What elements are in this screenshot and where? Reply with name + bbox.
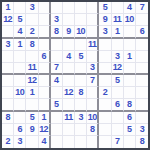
cell-r10c4: 1 [39, 112, 51, 124]
cell-r4c8: 11 [87, 39, 99, 51]
cell-r11c10[interactable] [112, 124, 124, 136]
cell-r10c12[interactable] [136, 112, 148, 124]
cell-r12c5[interactable] [51, 136, 63, 148]
cell-r9c9[interactable] [99, 99, 111, 111]
cell-r6c12[interactable] [136, 63, 148, 75]
cell-r7c1[interactable] [2, 75, 14, 87]
given-digit: 3 [103, 27, 107, 36]
cell-r11c2: 6 [14, 124, 26, 136]
cell-r4c2: 1 [14, 39, 26, 51]
cell-r6c8: 3 [87, 63, 99, 75]
given-digit: 4 [66, 52, 70, 61]
given-digit: 3 [5, 40, 9, 49]
cell-r10c2[interactable] [14, 112, 26, 124]
given-digit: 1 [18, 40, 22, 49]
cell-r9c7[interactable] [75, 99, 87, 111]
cell-r4c10[interactable] [112, 39, 124, 51]
cell-r5c11: 1 [124, 51, 136, 63]
cell-r10c7: 3 [75, 112, 87, 124]
cell-r4c9[interactable] [99, 39, 111, 51]
cell-r6c2[interactable] [14, 63, 26, 75]
cell-r8c2: 10 [14, 87, 26, 99]
cell-r10c6: 11 [63, 112, 75, 124]
cell-r7c6[interactable] [63, 75, 75, 87]
sudoku-board: 1354712539111042891031631811645311173121… [0, 0, 150, 150]
cell-r5c2[interactable] [14, 51, 26, 63]
cell-r5c12[interactable] [136, 51, 148, 63]
given-digit: 1 [5, 3, 9, 12]
cell-r12c10: 7 [112, 136, 124, 148]
given-digit: 9 [66, 27, 70, 36]
cell-r5c10: 3 [112, 51, 124, 63]
cell-r12c3[interactable] [26, 136, 38, 148]
cell-r10c5[interactable] [51, 112, 63, 124]
cell-r5c9[interactable] [99, 51, 111, 63]
cell-r1c7[interactable] [75, 2, 87, 14]
cell-r10c3: 5 [26, 112, 38, 124]
cell-r3c9: 3 [99, 26, 111, 38]
cell-r4c3: 8 [26, 39, 38, 51]
cell-r8c11[interactable] [124, 87, 136, 99]
given-digit: 12 [3, 15, 12, 24]
given-digit: 4 [18, 27, 22, 36]
cell-r7c7[interactable] [75, 75, 87, 87]
cell-r7c12[interactable] [136, 75, 148, 87]
given-digit: 6 [41, 52, 45, 61]
cell-r3c5: 8 [51, 26, 63, 38]
cell-r1c1: 1 [2, 2, 14, 14]
cell-r6c10: 12 [112, 63, 124, 75]
cell-r7c5: 4 [51, 75, 63, 87]
cell-r8c7: 8 [75, 87, 87, 99]
cell-r2c11: 10 [124, 14, 136, 26]
cell-r5c3[interactable] [26, 51, 38, 63]
cell-r6c9[interactable] [99, 63, 111, 75]
cell-r12c12: 8 [136, 136, 148, 148]
given-digit: 12 [113, 63, 122, 72]
given-digit: 4 [41, 137, 45, 146]
cell-r8c3: 1 [26, 87, 38, 99]
cell-r4c7[interactable] [75, 39, 87, 51]
given-digit: 3 [140, 125, 144, 134]
given-digit: 3 [90, 63, 94, 72]
cell-r11c7[interactable] [75, 124, 87, 136]
cell-r8c1[interactable] [2, 87, 14, 99]
given-digit: 10 [88, 113, 97, 122]
given-digit: 8 [54, 27, 58, 36]
cell-r7c3: 12 [26, 75, 38, 87]
cell-r2c7[interactable] [75, 14, 87, 26]
cell-r9c1[interactable] [2, 99, 14, 111]
cell-r12c7[interactable] [75, 136, 87, 148]
given-digit: 7 [115, 137, 119, 146]
given-digit: 3 [30, 3, 34, 12]
cell-r9c5: 5 [51, 99, 63, 111]
given-digit: 10 [15, 88, 24, 97]
given-digit: 12 [39, 125, 48, 134]
cell-r11c4: 12 [39, 124, 51, 136]
cell-r1c9: 5 [99, 2, 111, 14]
given-digit: 5 [54, 100, 58, 109]
cell-r1c6[interactable] [63, 2, 75, 14]
cell-r1c4[interactable] [39, 2, 51, 14]
cell-r8c4[interactable] [39, 87, 51, 99]
cell-r2c1: 12 [2, 14, 14, 26]
cell-r2c4[interactable] [39, 14, 51, 26]
cell-r12c8[interactable] [87, 136, 99, 148]
cell-r5c5[interactable] [51, 51, 63, 63]
cell-r5c6: 4 [63, 51, 75, 63]
cell-r6c5: 7 [51, 63, 63, 75]
given-digit: 10 [125, 15, 134, 24]
cell-r2c3[interactable] [26, 14, 38, 26]
cell-r12c11[interactable] [124, 136, 136, 148]
cell-r3c6: 9 [63, 26, 75, 38]
cell-r11c11: 5 [124, 124, 136, 136]
cell-r11c8: 8 [87, 124, 99, 136]
given-digit: 9 [103, 15, 107, 24]
cell-r11c1[interactable] [2, 124, 14, 136]
cell-r11c9[interactable] [99, 124, 111, 136]
cell-r9c8[interactable] [87, 99, 99, 111]
cell-r10c9[interactable] [99, 112, 111, 124]
cell-r9c3[interactable] [26, 99, 38, 111]
given-digit: 11 [64, 113, 72, 122]
cell-r5c7: 5 [75, 51, 87, 63]
cell-r2c6[interactable] [63, 14, 75, 26]
cell-r2c8[interactable] [87, 14, 99, 26]
cell-r6c4[interactable] [39, 63, 51, 75]
given-digit: 6 [140, 27, 144, 36]
given-digit: 3 [115, 52, 119, 61]
cell-r6c11[interactable] [124, 63, 136, 75]
cell-r4c6[interactable] [63, 39, 75, 51]
given-digit: 11 [88, 40, 96, 49]
cell-r2c5: 3 [51, 14, 63, 26]
given-digit: 6 [127, 113, 131, 122]
given-digit: 3 [54, 15, 58, 24]
cell-r5c1[interactable] [2, 51, 14, 63]
cell-r4c12[interactable] [136, 39, 148, 51]
cell-r2c2: 5 [14, 14, 26, 26]
cell-r1c3: 3 [26, 2, 38, 14]
given-digit: 5 [127, 125, 131, 134]
cell-r5c8[interactable] [87, 51, 99, 63]
cell-r8c5[interactable] [51, 87, 63, 99]
cell-r6c1[interactable] [2, 63, 14, 75]
given-digit: 4 [127, 3, 131, 12]
given-digit: 2 [103, 88, 107, 97]
cell-r9c6[interactable] [63, 99, 75, 111]
cell-r3c11[interactable] [124, 26, 136, 38]
cell-r12c6[interactable] [63, 136, 75, 148]
given-digit: 9 [30, 125, 34, 134]
given-digit: 5 [78, 52, 82, 61]
cell-r3c4[interactable] [39, 26, 51, 38]
cell-r3c7: 10 [75, 26, 87, 38]
cell-r8c8[interactable] [87, 87, 99, 99]
cell-r7c4[interactable] [39, 75, 51, 87]
cell-r3c12: 6 [136, 26, 148, 38]
cell-r2c10: 11 [112, 14, 124, 26]
cell-r2c9: 9 [99, 14, 111, 26]
cell-r6c6[interactable] [63, 63, 75, 75]
cell-r12c9[interactable] [99, 136, 111, 148]
cell-r9c12[interactable] [136, 99, 148, 111]
cell-r11c6[interactable] [63, 124, 75, 136]
cell-r7c8: 7 [87, 75, 99, 87]
given-digit: 4 [54, 76, 58, 85]
given-digit: 3 [18, 137, 22, 146]
cell-r6c3: 11 [26, 63, 38, 75]
cell-r1c2[interactable] [14, 2, 26, 14]
cell-r10c1: 8 [2, 112, 14, 124]
cell-r4c4[interactable] [39, 39, 51, 51]
given-digit: 7 [140, 3, 144, 12]
cell-r11c3: 9 [26, 124, 38, 136]
cell-r12c2: 3 [14, 136, 26, 148]
given-digit: 8 [127, 100, 131, 109]
given-digit: 5 [30, 113, 34, 122]
given-digit: 8 [5, 113, 9, 122]
given-digit: 1 [115, 27, 119, 36]
cell-r7c10: 5 [112, 75, 124, 87]
cell-r4c11[interactable] [124, 39, 136, 51]
given-digit: 8 [78, 88, 82, 97]
cell-r9c2[interactable] [14, 99, 26, 111]
cell-r10c10[interactable] [112, 112, 124, 124]
given-digit: 11 [113, 15, 121, 24]
cell-r8c9: 2 [99, 87, 111, 99]
given-digit: 7 [90, 76, 94, 85]
given-digit: 12 [64, 88, 73, 97]
given-digit: 8 [140, 137, 144, 146]
given-digit: 1 [41, 113, 45, 122]
cell-r6c7[interactable] [75, 63, 87, 75]
cell-r1c11: 4 [124, 2, 136, 14]
given-digit: 1 [127, 52, 131, 61]
cell-r8c6: 12 [63, 87, 75, 99]
cell-r12c4: 4 [39, 136, 51, 148]
cell-r11c5[interactable] [51, 124, 63, 136]
cell-r1c5[interactable] [51, 2, 63, 14]
given-digit: 10 [76, 27, 85, 36]
cell-r3c3: 2 [26, 26, 38, 38]
given-digit: 7 [54, 63, 58, 72]
given-digit: 2 [30, 27, 34, 36]
cell-r3c8[interactable] [87, 26, 99, 38]
cell-r10c11: 6 [124, 112, 136, 124]
cell-r4c5[interactable] [51, 39, 63, 51]
cell-r10c8: 10 [87, 112, 99, 124]
given-digit: 3 [78, 113, 82, 122]
cell-r8c12[interactable] [136, 87, 148, 99]
cell-r3c2: 4 [14, 26, 26, 38]
cell-r5c4: 6 [39, 51, 51, 63]
given-digit: 5 [18, 15, 22, 24]
given-digit: 5 [115, 76, 119, 85]
given-digit: 8 [90, 125, 94, 134]
cell-r7c2[interactable] [14, 75, 26, 87]
cell-r9c10: 6 [112, 99, 124, 111]
cell-r7c11[interactable] [124, 75, 136, 87]
given-digit: 6 [115, 100, 119, 109]
given-digit: 6 [18, 125, 22, 134]
cell-r9c4[interactable] [39, 99, 51, 111]
cell-r1c8[interactable] [87, 2, 99, 14]
cell-r9c11: 8 [124, 99, 136, 111]
given-digit: 2 [5, 137, 9, 146]
cell-r12c1: 2 [2, 136, 14, 148]
cell-r11c12: 3 [136, 124, 148, 136]
given-digit: 12 [28, 76, 37, 85]
cell-r3c10: 1 [112, 26, 124, 38]
cell-r1c10[interactable] [112, 2, 124, 14]
cell-r3c1[interactable] [2, 26, 14, 38]
cell-r8c10[interactable] [112, 87, 124, 99]
given-digit: 1 [30, 88, 34, 97]
cell-r4c1: 3 [2, 39, 14, 51]
cell-r1c12: 7 [136, 2, 148, 14]
given-digit: 8 [30, 40, 34, 49]
cell-r7c9[interactable] [99, 75, 111, 87]
given-digit: 5 [103, 3, 107, 12]
given-digit: 11 [28, 63, 36, 72]
cell-r2c12[interactable] [136, 14, 148, 26]
